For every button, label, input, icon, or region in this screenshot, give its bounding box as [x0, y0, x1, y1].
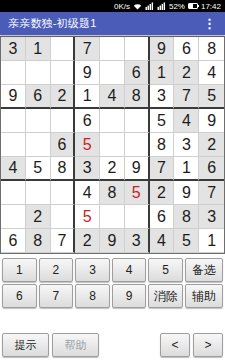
cell-r3c4[interactable]: 1	[75, 85, 100, 109]
cell-r4c7[interactable]: 5	[150, 109, 175, 133]
candidates-button[interactable]: 备选	[185, 258, 223, 282]
bottom-bar: 提示 帮助 < >	[2, 333, 223, 357]
cell-r7c1[interactable]	[1, 181, 26, 205]
cell-r5c4[interactable]: 5	[75, 133, 100, 157]
cell-r3c1[interactable]: 9	[1, 85, 26, 109]
cell-r2c8[interactable]: 2	[174, 61, 199, 85]
cell-r6c2[interactable]: 5	[26, 157, 51, 181]
cell-r6c4[interactable]: 3	[75, 157, 100, 181]
digit-4-button[interactable]: 4	[112, 258, 147, 282]
cell-r3c8[interactable]: 7	[174, 85, 199, 109]
cell-r6c1[interactable]: 4	[1, 157, 26, 181]
app-root: 0K/s 52% 17:42 亲亲数独-初级题1 ⋮ 3179689612496…	[0, 0, 225, 360]
cell-r9c5[interactable]: 9	[100, 229, 125, 253]
number-pad: 12345 备选 6789 消除 辅助	[2, 258, 223, 308]
cell-r1c3[interactable]	[51, 37, 76, 61]
battery-percent: 52%	[169, 2, 185, 11]
cell-r9c4[interactable]: 2	[75, 229, 100, 253]
cell-r5c6[interactable]	[125, 133, 150, 157]
cell-r6c5[interactable]: 2	[100, 157, 125, 181]
cell-r5c1[interactable]	[1, 133, 26, 157]
wifi-icon	[133, 2, 142, 10]
cell-r1c5[interactable]	[100, 37, 125, 61]
cell-r6c6[interactable]: 9	[125, 157, 150, 181]
cell-r2c5[interactable]	[100, 61, 125, 85]
cell-r3c6[interactable]: 8	[125, 85, 150, 109]
cell-r9c8[interactable]: 5	[174, 229, 199, 253]
cell-r2c1[interactable]	[1, 61, 26, 85]
cell-r4c6[interactable]	[125, 109, 150, 133]
cell-r5c7[interactable]: 8	[150, 133, 175, 157]
digit-6-button[interactable]: 6	[2, 284, 37, 308]
cell-r1c2[interactable]: 1	[26, 37, 51, 61]
cell-r1c7[interactable]: 9	[150, 37, 175, 61]
cell-r4c8[interactable]: 4	[174, 109, 199, 133]
cell-r5c5[interactable]	[100, 133, 125, 157]
cell-r4c2[interactable]	[26, 109, 51, 133]
cell-r7c4[interactable]: 4	[75, 181, 100, 205]
cell-r4c9[interactable]: 9	[199, 109, 224, 133]
digit-8-button[interactable]: 8	[75, 284, 110, 308]
cell-r3c5[interactable]: 4	[100, 85, 125, 109]
cell-r7c2[interactable]	[26, 181, 51, 205]
cell-r3c2[interactable]: 6	[26, 85, 51, 109]
cell-r6c9[interactable]: 6	[199, 157, 224, 181]
cell-r7c9[interactable]: 7	[199, 181, 224, 205]
cell-r2c6[interactable]: 6	[125, 61, 150, 85]
cell-r8c3[interactable]	[51, 205, 76, 229]
cell-r7c5[interactable]: 8	[100, 181, 125, 205]
cell-r2c7[interactable]: 1	[150, 61, 175, 85]
cell-r8c5[interactable]	[100, 205, 125, 229]
cell-r7c3[interactable]	[51, 181, 76, 205]
cell-r2c9[interactable]: 4	[199, 61, 224, 85]
cell-r2c3[interactable]	[51, 61, 76, 85]
cell-r5c3[interactable]: 6	[51, 133, 76, 157]
cell-r1c9[interactable]: 8	[199, 37, 224, 61]
cell-signal-icon	[157, 2, 166, 10]
status-bar: 0K/s 52% 17:42	[0, 0, 225, 12]
cell-r8c7[interactable]: 6	[150, 205, 175, 229]
cell-r7c6[interactable]: 5	[125, 181, 150, 205]
next-button[interactable]: >	[193, 333, 223, 357]
cell-r9c6[interactable]: 3	[125, 229, 150, 253]
cell-r4c1[interactable]	[1, 109, 26, 133]
battery-fill	[189, 4, 193, 8]
digit-2-button[interactable]: 2	[39, 258, 74, 282]
digit-5-button[interactable]: 5	[148, 258, 183, 282]
overflow-menu-icon[interactable]: ⋮	[202, 16, 217, 31]
erase-button[interactable]: 消除	[148, 284, 183, 308]
sudoku-board: 3179689612496214837565496583245832971648…	[0, 36, 225, 254]
cell-r5c2[interactable]	[26, 133, 51, 157]
cell-r8c1[interactable]	[1, 205, 26, 229]
cell-r3c9[interactable]: 5	[199, 85, 224, 109]
assist-button[interactable]: 辅助	[185, 284, 223, 308]
cell-r8c2[interactable]: 2	[26, 205, 51, 229]
cell-r6c7[interactable]: 7	[150, 157, 175, 181]
cell-r3c7[interactable]: 3	[150, 85, 175, 109]
net-speed: 0K/s	[114, 2, 130, 11]
cell-r1c1[interactable]: 3	[1, 37, 26, 61]
cell-r8c4[interactable]: 5	[75, 205, 100, 229]
cell-r6c3[interactable]: 8	[51, 157, 76, 181]
battery-icon	[188, 3, 198, 9]
digit-9-button[interactable]: 9	[112, 284, 147, 308]
cell-r1c8[interactable]: 6	[174, 37, 199, 61]
help-button[interactable]: 帮助	[52, 333, 99, 357]
cell-r6c8[interactable]: 1	[174, 157, 199, 181]
cell-r8c9[interactable]: 3	[199, 205, 224, 229]
cell-r5c9[interactable]: 2	[199, 133, 224, 157]
cell-r9c9[interactable]: 1	[199, 229, 224, 253]
hint-button[interactable]: 提示	[2, 333, 49, 357]
status-time: 17:42	[201, 2, 221, 11]
digit-3-button[interactable]: 3	[75, 258, 110, 282]
cell-r1c6[interactable]	[125, 37, 150, 61]
cell-r2c2[interactable]	[26, 61, 51, 85]
title-bar: 亲亲数独-初级题1 ⋮	[0, 12, 225, 35]
digit-7-button[interactable]: 7	[39, 284, 74, 308]
cell-r4c4[interactable]: 6	[75, 109, 100, 133]
cell-r4c5[interactable]	[100, 109, 125, 133]
cell-r7c7[interactable]: 2	[150, 181, 175, 205]
cell-signal-icon	[145, 2, 154, 10]
cell-r9c1[interactable]: 6	[1, 229, 26, 253]
cell-r9c7[interactable]: 4	[150, 229, 175, 253]
cell-r8c6[interactable]	[125, 205, 150, 229]
cell-r8c8[interactable]: 8	[174, 205, 199, 229]
bottom-bar-spacer	[102, 333, 157, 357]
cell-r9c3[interactable]: 7	[51, 229, 76, 253]
cell-r3c3[interactable]: 2	[51, 85, 76, 109]
cell-r7c8[interactable]: 9	[174, 181, 199, 205]
cell-r1c4[interactable]: 7	[75, 37, 100, 61]
cell-r9c2[interactable]: 8	[26, 229, 51, 253]
app-title: 亲亲数独-初级题1	[8, 16, 202, 31]
cell-r2c4[interactable]: 9	[75, 61, 100, 85]
prev-button[interactable]: <	[160, 333, 190, 357]
digit-1-button[interactable]: 1	[2, 258, 37, 282]
cell-r5c8[interactable]: 3	[174, 133, 199, 157]
cell-r4c3[interactable]	[51, 109, 76, 133]
